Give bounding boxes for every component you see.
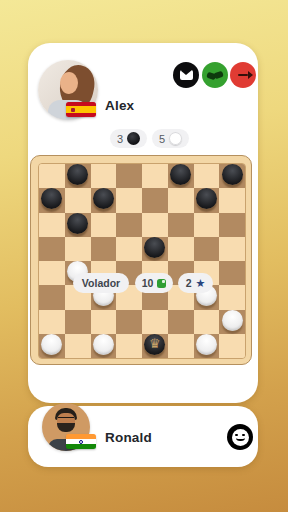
square-r8c2[interactable] xyxy=(65,334,91,358)
square-r3c1[interactable] xyxy=(39,213,65,237)
square-r1c4[interactable] xyxy=(116,164,142,188)
black-piece-icon xyxy=(127,132,140,145)
square-r4c2[interactable] xyxy=(65,237,91,261)
square-r8c7[interactable] xyxy=(194,334,220,358)
square-r8c5[interactable]: ♛ xyxy=(142,334,168,358)
square-r1c7[interactable] xyxy=(194,164,220,188)
square-r6c1[interactable] xyxy=(39,285,65,309)
square-r4c8[interactable] xyxy=(219,237,245,261)
square-r7c1[interactable] xyxy=(39,310,65,334)
green-token-icon xyxy=(157,279,166,288)
leave-game-button[interactable] xyxy=(230,62,256,88)
square-r8c6[interactable] xyxy=(168,334,194,358)
black-man-piece[interactable] xyxy=(196,188,217,209)
stars-count: 2 xyxy=(186,277,192,289)
square-r8c8[interactable] xyxy=(219,334,245,358)
star-icon: ★ xyxy=(195,278,205,289)
india-flag-icon xyxy=(66,434,96,449)
square-r7c3[interactable] xyxy=(91,310,117,334)
square-r3c3[interactable] xyxy=(91,213,117,237)
square-r1c3[interactable] xyxy=(91,164,117,188)
avatar-glasses xyxy=(58,417,74,422)
square-r2c5[interactable] xyxy=(142,188,168,212)
black-man-piece[interactable] xyxy=(222,164,243,185)
player-name: Ronald xyxy=(105,430,152,445)
black-man-piece[interactable] xyxy=(93,188,114,209)
square-r3c4[interactable] xyxy=(116,213,142,237)
square-r3c8[interactable] xyxy=(219,213,245,237)
black-man-piece[interactable] xyxy=(144,237,165,258)
draw-offer-button[interactable] xyxy=(202,62,228,88)
spain-flag-icon xyxy=(66,102,96,117)
square-r3c5[interactable] xyxy=(142,213,168,237)
tokens-pill[interactable]: 10 xyxy=(135,273,173,293)
square-r4c1[interactable] xyxy=(39,237,65,261)
square-r4c5[interactable] xyxy=(142,237,168,261)
square-r4c4[interactable] xyxy=(116,237,142,261)
player-card: Ronald xyxy=(28,406,258,467)
square-r1c5[interactable] xyxy=(142,164,168,188)
square-r3c6[interactable] xyxy=(168,213,194,237)
square-r2c1[interactable] xyxy=(39,188,65,212)
square-r8c4[interactable] xyxy=(116,334,142,358)
square-r7c4[interactable] xyxy=(116,310,142,334)
match-card: Alex 3 5 ♛ Volador 10 2 ★ xyxy=(28,43,258,403)
game-screen: Alex 3 5 ♛ Volador 10 2 ★ xyxy=(0,0,288,512)
square-r7c8[interactable] xyxy=(219,310,245,334)
rank-label: Volador xyxy=(82,277,120,289)
white-man-piece[interactable] xyxy=(222,310,243,331)
square-r8c3[interactable] xyxy=(91,334,117,358)
envelope-icon xyxy=(180,70,193,80)
square-r5c1[interactable] xyxy=(39,261,65,285)
square-r7c7[interactable] xyxy=(194,310,220,334)
black-king-piece[interactable]: ♛ xyxy=(144,334,165,355)
handshake-icon xyxy=(207,70,223,80)
square-r2c6[interactable] xyxy=(168,188,194,212)
square-r3c7[interactable] xyxy=(194,213,220,237)
square-r2c8[interactable] xyxy=(219,188,245,212)
square-r1c6[interactable] xyxy=(168,164,194,188)
square-r4c7[interactable] xyxy=(194,237,220,261)
captured-black-pill: 3 xyxy=(110,129,147,148)
avatar-beard xyxy=(57,423,75,432)
square-r4c6[interactable] xyxy=(168,237,194,261)
stars-pill[interactable]: 2 ★ xyxy=(178,273,213,293)
white-man-piece[interactable] xyxy=(196,334,217,355)
square-r2c3[interactable] xyxy=(91,188,117,212)
square-r7c6[interactable] xyxy=(168,310,194,334)
square-r7c5[interactable] xyxy=(142,310,168,334)
black-man-piece[interactable] xyxy=(170,164,191,185)
white-man-piece[interactable] xyxy=(41,334,62,355)
white-man-piece[interactable] xyxy=(93,334,114,355)
captured-white-pill: 5 xyxy=(152,129,189,148)
square-r5c8[interactable] xyxy=(219,261,245,285)
board-frame: ♛ xyxy=(30,155,252,365)
chat-button[interactable] xyxy=(173,62,199,88)
reactions-button[interactable] xyxy=(227,424,253,450)
white-piece-icon xyxy=(169,132,182,145)
captured-black-count: 3 xyxy=(117,133,123,145)
square-r3c2[interactable] xyxy=(65,213,91,237)
arrow-right-icon xyxy=(238,74,248,77)
black-man-piece[interactable] xyxy=(67,164,88,185)
black-man-piece[interactable] xyxy=(41,188,62,209)
smiley-icon xyxy=(232,429,249,446)
square-r1c1[interactable] xyxy=(39,164,65,188)
opponent-name: Alex xyxy=(105,98,134,113)
captured-white-count: 5 xyxy=(159,133,165,145)
square-r2c7[interactable] xyxy=(194,188,220,212)
square-r2c2[interactable] xyxy=(65,188,91,212)
avatar-face xyxy=(60,72,78,94)
rank-pill[interactable]: Volador xyxy=(73,273,129,293)
king-crown-icon: ♛ xyxy=(149,337,161,350)
board: ♛ xyxy=(38,163,246,359)
square-r8c1[interactable] xyxy=(39,334,65,358)
square-r1c2[interactable] xyxy=(65,164,91,188)
square-r1c8[interactable] xyxy=(219,164,245,188)
black-man-piece[interactable] xyxy=(67,213,88,234)
square-r6c8[interactable] xyxy=(219,285,245,309)
square-r4c3[interactable] xyxy=(91,237,117,261)
square-r2c4[interactable] xyxy=(116,188,142,212)
tokens-count: 10 xyxy=(142,277,154,289)
square-r7c2[interactable] xyxy=(65,310,91,334)
